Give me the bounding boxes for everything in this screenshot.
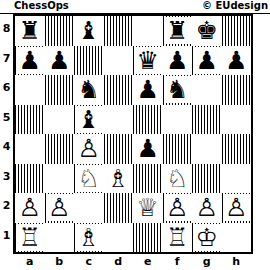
black-pawn-e4: ♟: [134, 135, 161, 162]
square-c8: ♝: [74, 16, 104, 46]
square-b4: [45, 134, 75, 164]
square-a8: ♜: [15, 16, 45, 46]
white-pawn-f2: ♙: [164, 194, 191, 221]
white-knight-c3: ♘: [75, 165, 102, 192]
square-h1: [222, 223, 252, 253]
square-d3: ♗: [104, 164, 134, 194]
board-area: 87654321 ♜♝♜♚♟♟♛♟♟♟♞♟♞♝♙♟♘♗♘♙♙♕♙♙♙♖♗♖♔: [0, 14, 270, 254]
credit-text: © EUdesign: [202, 0, 268, 12]
square-a5: [15, 105, 45, 135]
square-f6: ♞: [163, 75, 193, 105]
square-a7: ♟: [15, 46, 45, 76]
file-label-h: h: [222, 254, 252, 269]
white-knight-f3: ♘: [164, 165, 191, 192]
square-g5: [192, 105, 222, 135]
black-rook-a8: ♜: [16, 17, 43, 44]
black-pawn-f7: ♟: [164, 47, 191, 74]
square-h7: ♟: [222, 46, 252, 76]
square-g1: ♔: [192, 223, 222, 253]
black-pawn-e6: ♟: [134, 76, 161, 103]
white-rook-f1: ♖: [164, 224, 191, 251]
square-c3: ♘: [74, 164, 104, 194]
square-a4: [15, 134, 45, 164]
black-pawn-a7: ♟: [16, 47, 43, 74]
square-e4: ♟: [133, 134, 163, 164]
square-c5: ♝: [74, 105, 104, 135]
square-b6: [45, 75, 75, 105]
file-label-b: b: [45, 254, 75, 269]
file-label-c: c: [74, 254, 104, 269]
square-h6: [222, 75, 252, 105]
rank-label-1: 1: [0, 221, 13, 251]
file-label-e: e: [133, 254, 163, 269]
square-f4: [163, 134, 193, 164]
black-king-g8: ♚: [193, 17, 220, 44]
square-g4: [192, 134, 222, 164]
square-g7: ♟: [192, 46, 222, 76]
square-f2: ♙: [163, 193, 193, 223]
rank-label-8: 8: [0, 14, 13, 44]
rank-label-6: 6: [0, 73, 13, 103]
square-d6: [104, 75, 134, 105]
white-king-g1: ♔: [193, 224, 220, 251]
square-e5: [133, 105, 163, 135]
square-b3: [45, 164, 75, 194]
rank-labels: 87654321: [0, 14, 13, 254]
black-rook-f8: ♜: [164, 17, 191, 44]
square-f1: ♖: [163, 223, 193, 253]
square-h3: [222, 164, 252, 194]
square-f3: ♘: [163, 164, 193, 194]
square-h2: ♙: [222, 193, 252, 223]
black-pawn-h7: ♟: [223, 47, 250, 74]
square-b5: [45, 105, 75, 135]
square-h8: [222, 16, 252, 46]
white-queen-e2: ♕: [134, 194, 161, 221]
white-pawn-g2: ♙: [193, 194, 220, 221]
square-g8: ♚: [192, 16, 222, 46]
square-g6: [192, 75, 222, 105]
square-d8: [104, 16, 134, 46]
rank-label-7: 7: [0, 44, 13, 74]
black-bishop-c8: ♝: [75, 17, 102, 44]
black-knight-f6: ♞: [164, 76, 191, 103]
file-label-d: d: [104, 254, 134, 269]
white-pawn-h2: ♙: [223, 194, 250, 221]
square-g2: ♙: [192, 193, 222, 223]
rank-label-4: 4: [0, 132, 13, 162]
file-label-f: f: [163, 254, 193, 269]
square-c7: [74, 46, 104, 76]
square-b8: [45, 16, 75, 46]
square-h4: [222, 134, 252, 164]
square-a3: [15, 164, 45, 194]
file-label-g: g: [192, 254, 222, 269]
square-f7: ♟: [163, 46, 193, 76]
square-d2: [104, 193, 134, 223]
app-title: ChessOps: [14, 0, 69, 12]
white-pawn-a2: ♙: [16, 194, 43, 221]
square-d7: [104, 46, 134, 76]
square-b7: ♟: [45, 46, 75, 76]
square-h5: [222, 105, 252, 135]
white-bishop-d3: ♗: [105, 165, 132, 192]
chess-board: ♜♝♜♚♟♟♛♟♟♟♞♟♞♝♙♟♘♗♘♙♙♕♙♙♙♖♗♖♔: [13, 14, 253, 254]
rank-label-2: 2: [0, 191, 13, 221]
square-b2: ♙: [45, 193, 75, 223]
square-c4: ♙: [74, 134, 104, 164]
square-d4: [104, 134, 134, 164]
file-labels: abcdefgh: [15, 254, 251, 269]
square-e3: [133, 164, 163, 194]
white-pawn-c4: ♙: [75, 135, 102, 162]
black-knight-c6: ♞: [75, 76, 102, 103]
square-e8: [133, 16, 163, 46]
square-c1: ♗: [74, 223, 104, 253]
square-e1: [133, 223, 163, 253]
black-queen-e7: ♛: [134, 47, 161, 74]
square-f5: [163, 105, 193, 135]
square-e6: ♟: [133, 75, 163, 105]
black-pawn-b7: ♟: [46, 47, 73, 74]
square-e2: ♕: [133, 193, 163, 223]
square-g3: [192, 164, 222, 194]
white-bishop-c1: ♗: [75, 224, 102, 251]
square-c2: [74, 193, 104, 223]
white-rook-a1: ♖: [16, 224, 43, 251]
rank-label-3: 3: [0, 162, 13, 192]
square-d5: [104, 105, 134, 135]
square-b1: [45, 223, 75, 253]
square-c6: ♞: [74, 75, 104, 105]
square-a2: ♙: [15, 193, 45, 223]
white-pawn-b2: ♙: [46, 194, 73, 221]
square-d1: [104, 223, 134, 253]
square-e7: ♛: [133, 46, 163, 76]
square-f8: ♜: [163, 16, 193, 46]
header-bar: ChessOps © EUdesign: [0, 0, 270, 14]
rank-label-5: 5: [0, 103, 13, 133]
square-a1: ♖: [15, 223, 45, 253]
black-bishop-c5: ♝: [75, 106, 102, 133]
file-label-a: a: [15, 254, 45, 269]
square-a6: [15, 75, 45, 105]
black-pawn-g7: ♟: [193, 47, 220, 74]
